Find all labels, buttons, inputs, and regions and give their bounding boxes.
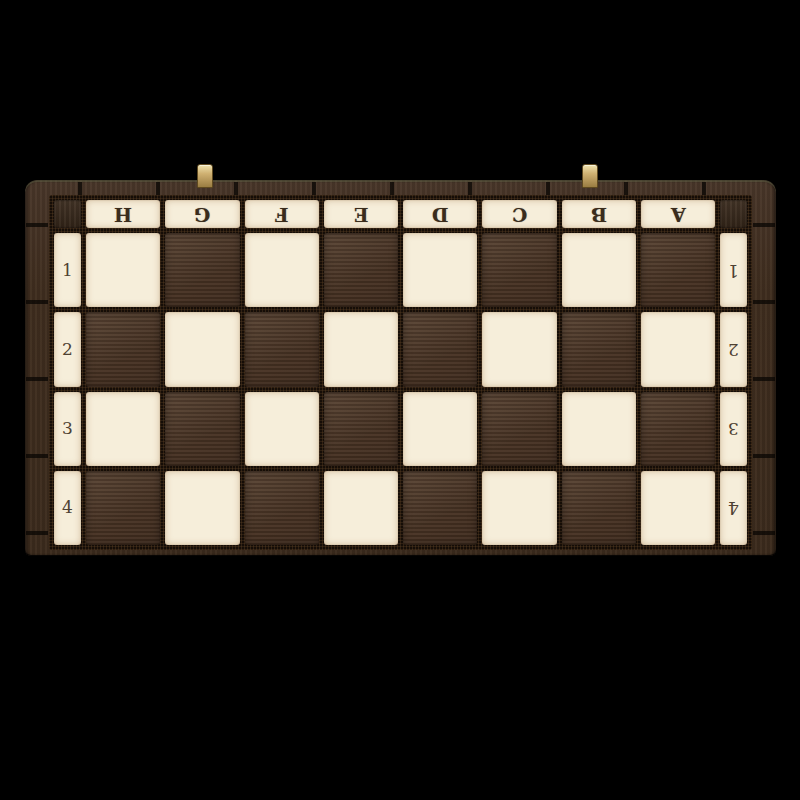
square-a1 [641,233,715,307]
square-f2 [245,312,319,386]
square-h2 [86,312,160,386]
file-label-f: F [245,200,319,228]
file-label-h: H [86,200,160,228]
square-c1 [482,233,556,307]
file-label-d: D [403,200,477,228]
brass-hinge-left [197,164,213,188]
file-label-c: C [482,200,556,228]
frame-corner-top-right [720,200,747,228]
rank-label-right-1-text: 1 [728,262,739,279]
rank-label-right-2: 2 [720,312,747,386]
square-b3 [562,392,636,466]
square-d1 [403,233,477,307]
rank-label-right-1: 1 [720,233,747,307]
rank-label-left-1: 1 [54,233,81,307]
frame-stitch-top [54,182,747,195]
square-d2 [403,312,477,386]
square-a2 [641,312,715,386]
square-h4 [86,471,160,545]
square-h1 [86,233,160,307]
square-a3 [641,392,715,466]
rank-label-left-2-text: 2 [62,341,73,358]
file-label-a-text: A [671,205,686,224]
frame-stitch-left [26,223,48,550]
file-label-a: A [641,200,715,228]
file-label-f-text: F [275,205,289,224]
rank-label-right-2-text: 2 [728,341,739,358]
file-label-g: G [165,200,239,228]
file-label-e-text: E [354,205,368,224]
file-label-h-text: H [114,205,132,224]
square-d3 [403,392,477,466]
file-label-g-text: G [194,205,210,224]
file-label-e: E [324,200,398,228]
square-c2 [482,312,556,386]
rank-label-right-4-text: 4 [728,499,739,516]
square-e2 [324,312,398,386]
chess-board: HGFEDCBA11223344 [25,180,776,556]
square-a4 [641,471,715,545]
square-f4 [245,471,319,545]
rank-label-left-3: 3 [54,392,81,466]
file-label-d-text: D [432,205,448,224]
photo-background: HGFEDCBA11223344 [0,0,800,800]
rank-label-left-4: 4 [54,471,81,545]
frame-stitch-right [753,223,775,550]
square-b1 [562,233,636,307]
square-g3 [165,392,239,466]
rank-label-right-4: 4 [720,471,747,545]
square-h3 [86,392,160,466]
file-label-b-text: B [591,205,607,224]
rank-label-left-1-text: 1 [62,262,73,279]
square-e3 [324,392,398,466]
square-e1 [324,233,398,307]
square-c3 [482,392,556,466]
rank-label-left-4-text: 4 [62,499,73,516]
square-b4 [562,471,636,545]
square-c4 [482,471,556,545]
rank-label-left-2: 2 [54,312,81,386]
board-grid: HGFEDCBA11223344 [49,195,752,550]
square-g2 [165,312,239,386]
rank-label-left-3-text: 3 [62,420,73,437]
square-f1 [245,233,319,307]
file-label-b: B [562,200,636,228]
file-label-c-text: C [512,205,527,224]
square-g1 [165,233,239,307]
square-g4 [165,471,239,545]
brass-hinge-right [582,164,598,188]
rank-label-right-3-text: 3 [728,420,739,437]
square-e4 [324,471,398,545]
square-d4 [403,471,477,545]
square-b2 [562,312,636,386]
rank-label-right-3: 3 [720,392,747,466]
square-f3 [245,392,319,466]
frame-corner-top-left [54,200,81,228]
